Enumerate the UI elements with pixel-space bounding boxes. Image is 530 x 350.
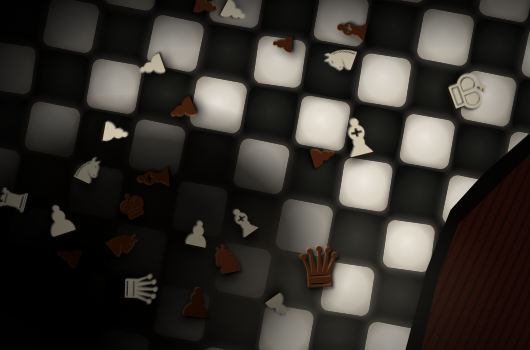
piece-dark-knight: ♞ [205, 236, 248, 283]
pieces-layer: ♟♟♝♟♞♟♚♟♟♝♟♞♝♜♚♟♝♟♞♟♞♛♛♟♟ [0, 0, 530, 350]
piece-light-queen: ♛ [117, 269, 162, 310]
piece-dark-pawn: ♟ [269, 31, 297, 56]
piece-dark-pawn: ♟ [163, 90, 204, 129]
piece-light-king: ♚ [437, 62, 499, 121]
piece-light-pawn: ♟ [213, 0, 252, 31]
piece-light-pawn: ♟ [97, 116, 133, 150]
piece-light-pawn: ♟ [258, 286, 297, 326]
photo-stage: ♟♟♝♟♞♟♚♟♟♝♟♞♝♜♚♟♝♟♞♟♞♛♛♟♟ [0, 0, 530, 350]
piece-dark-pawn: ♟ [304, 140, 341, 175]
piece-dark-pawn: ♟ [51, 238, 88, 274]
piece-dark-queen: ♛ [293, 239, 346, 298]
piece-dark-pawn: ♟ [177, 281, 217, 325]
piece-dark-knight: ♞ [96, 218, 147, 269]
piece-light-rook: ♜ [0, 181, 34, 219]
piece-light-knight: ♞ [66, 147, 110, 193]
piece-light-pawn: ♟ [132, 47, 172, 85]
